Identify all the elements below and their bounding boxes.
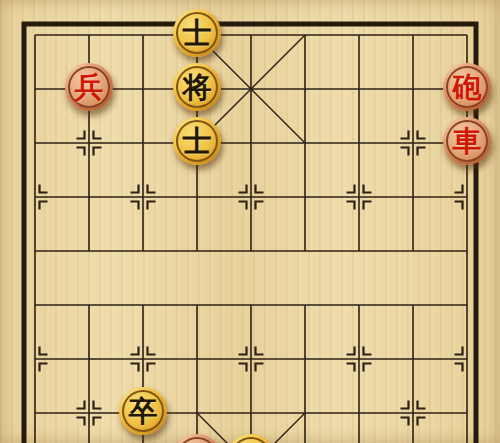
piece-glyph: 士 [183,127,212,156]
piece-glyph: 士 [183,19,212,48]
xiangqi-board[interactable]: 士将士兵砲車卒 [0,0,500,443]
piece-red-cannon[interactable]: 砲 [443,63,491,111]
piece-glyph: 車 [453,127,482,156]
piece-red-chariot[interactable]: 車 [443,117,491,165]
piece-black-advisor-2[interactable]: 士 [173,117,221,165]
piece-glyph: 卒 [129,397,158,426]
piece-black-general[interactable]: 将 [173,63,221,111]
piece-glyph: 将 [183,73,212,102]
piece-black-soldier[interactable]: 卒 [119,387,167,435]
piece-red-soldier[interactable]: 兵 [65,63,113,111]
piece-glyph: 兵 [75,73,104,102]
piece-black-advisor-1[interactable]: 士 [173,9,221,57]
piece-glyph: 砲 [453,73,482,102]
